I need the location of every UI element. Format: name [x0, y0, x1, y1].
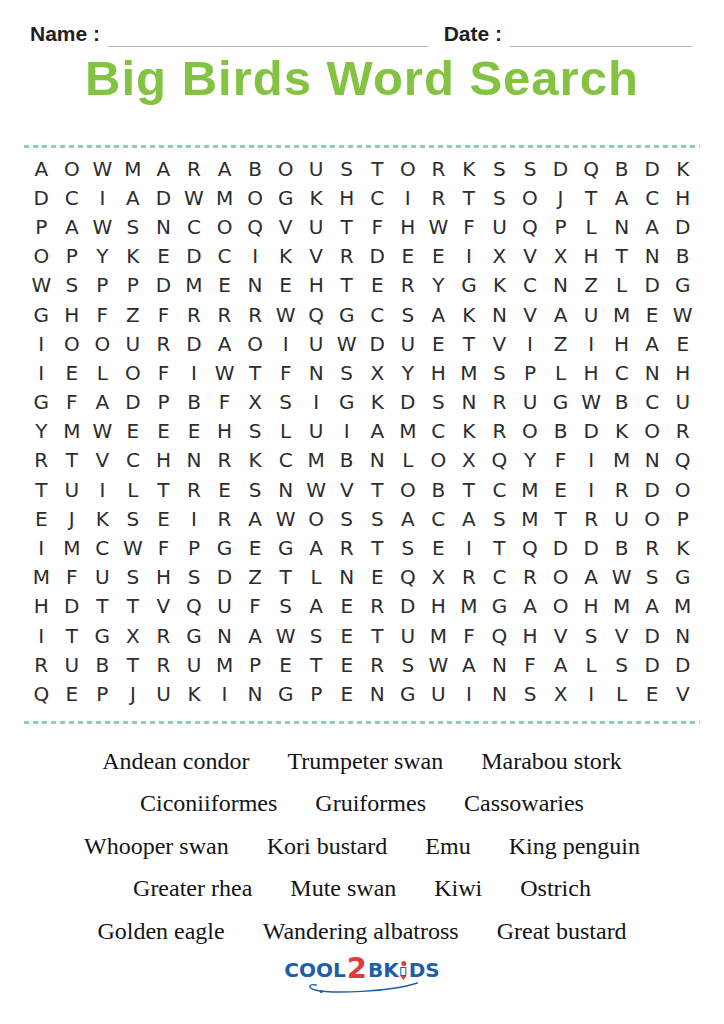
- grid-cell[interactable]: C: [484, 563, 515, 592]
- grid-cell[interactable]: R: [393, 271, 424, 300]
- grid-cell[interactable]: L: [393, 446, 424, 475]
- grid-cell[interactable]: S: [57, 271, 88, 300]
- grid-cell[interactable]: I: [270, 329, 301, 358]
- grid-cell[interactable]: O: [393, 475, 424, 504]
- grid-cell[interactable]: L: [87, 358, 118, 387]
- grid-cell[interactable]: L: [301, 563, 332, 592]
- grid-cell[interactable]: M: [57, 417, 88, 446]
- grid-cell[interactable]: N: [667, 621, 698, 650]
- grid-cell[interactable]: E: [57, 679, 88, 708]
- grid-cell[interactable]: T: [331, 212, 362, 241]
- grid-cell[interactable]: H: [26, 592, 57, 621]
- grid-cell[interactable]: B: [545, 417, 576, 446]
- grid-cell[interactable]: E: [362, 563, 393, 592]
- grid-cell[interactable]: H: [606, 329, 637, 358]
- grid-cell[interactable]: A: [454, 504, 485, 533]
- grid-cell[interactable]: K: [118, 242, 149, 271]
- grid-cell[interactable]: E: [362, 271, 393, 300]
- grid-cell[interactable]: M: [393, 417, 424, 446]
- grid-cell[interactable]: D: [637, 475, 668, 504]
- grid-cell[interactable]: M: [209, 183, 240, 212]
- grid-cell[interactable]: R: [209, 504, 240, 533]
- grid-cell[interactable]: A: [423, 300, 454, 329]
- grid-cell[interactable]: K: [667, 154, 698, 183]
- grid-cell[interactable]: D: [393, 592, 424, 621]
- grid-cell[interactable]: F: [454, 621, 485, 650]
- grid-cell[interactable]: N: [637, 242, 668, 271]
- grid-cell[interactable]: A: [240, 621, 271, 650]
- grid-cell[interactable]: H: [576, 358, 607, 387]
- grid-cell[interactable]: T: [484, 533, 515, 562]
- grid-cell[interactable]: M: [57, 533, 88, 562]
- grid-cell[interactable]: T: [454, 183, 485, 212]
- grid-cell[interactable]: M: [423, 621, 454, 650]
- grid-cell[interactable]: Q: [515, 533, 546, 562]
- grid-cell[interactable]: P: [515, 358, 546, 387]
- grid-cell[interactable]: P: [545, 212, 576, 241]
- grid-cell[interactable]: D: [179, 242, 210, 271]
- grid-cell[interactable]: F: [148, 358, 179, 387]
- grid-cell[interactable]: N: [362, 679, 393, 708]
- grid-cell[interactable]: Q: [484, 446, 515, 475]
- grid-cell[interactable]: F: [515, 650, 546, 679]
- grid-cell[interactable]: E: [118, 417, 149, 446]
- grid-cell[interactable]: O: [57, 154, 88, 183]
- grid-cell[interactable]: W: [576, 388, 607, 417]
- grid-cell[interactable]: M: [454, 592, 485, 621]
- grid-cell[interactable]: A: [637, 329, 668, 358]
- grid-cell[interactable]: H: [576, 242, 607, 271]
- grid-cell[interactable]: I: [576, 475, 607, 504]
- grid-cell[interactable]: E: [270, 650, 301, 679]
- grid-cell[interactable]: E: [270, 271, 301, 300]
- date-input-line[interactable]: [510, 24, 692, 47]
- grid-cell[interactable]: L: [545, 358, 576, 387]
- grid-cell[interactable]: R: [667, 417, 698, 446]
- grid-cell[interactable]: N: [637, 446, 668, 475]
- grid-cell[interactable]: U: [576, 300, 607, 329]
- grid-cell[interactable]: P: [118, 271, 149, 300]
- grid-cell[interactable]: U: [301, 417, 332, 446]
- grid-cell[interactable]: K: [362, 388, 393, 417]
- grid-cell[interactable]: S: [393, 650, 424, 679]
- grid-cell[interactable]: T: [118, 650, 149, 679]
- grid-cell[interactable]: T: [576, 183, 607, 212]
- grid-cell[interactable]: A: [148, 154, 179, 183]
- grid-cell[interactable]: S: [484, 358, 515, 387]
- grid-cell[interactable]: W: [179, 183, 210, 212]
- grid-cell[interactable]: I: [393, 183, 424, 212]
- grid-cell[interactable]: E: [423, 533, 454, 562]
- grid-cell[interactable]: R: [454, 563, 485, 592]
- grid-cell[interactable]: M: [515, 504, 546, 533]
- grid-cell[interactable]: K: [87, 504, 118, 533]
- grid-cell[interactable]: T: [331, 271, 362, 300]
- grid-cell[interactable]: M: [118, 154, 149, 183]
- grid-cell[interactable]: N: [240, 679, 271, 708]
- grid-cell[interactable]: F: [57, 388, 88, 417]
- grid-cell[interactable]: S: [484, 504, 515, 533]
- grid-cell[interactable]: B: [423, 475, 454, 504]
- grid-cell[interactable]: I: [454, 242, 485, 271]
- grid-cell[interactable]: K: [240, 446, 271, 475]
- grid-cell[interactable]: G: [484, 592, 515, 621]
- grid-cell[interactable]: O: [270, 154, 301, 183]
- grid-cell[interactable]: W: [26, 271, 57, 300]
- grid-cell[interactable]: W: [301, 475, 332, 504]
- grid-cell[interactable]: W: [331, 329, 362, 358]
- grid-cell[interactable]: I: [26, 358, 57, 387]
- name-input-line[interactable]: [108, 24, 428, 47]
- grid-cell[interactable]: W: [270, 300, 301, 329]
- grid-cell[interactable]: I: [87, 475, 118, 504]
- grid-cell[interactable]: K: [667, 533, 698, 562]
- grid-cell[interactable]: J: [118, 679, 149, 708]
- grid-cell[interactable]: U: [393, 329, 424, 358]
- grid-cell[interactable]: E: [331, 650, 362, 679]
- grid-cell[interactable]: F: [148, 300, 179, 329]
- grid-cell[interactable]: D: [393, 388, 424, 417]
- grid-cell[interactable]: S: [484, 183, 515, 212]
- grid-cell[interactable]: K: [606, 417, 637, 446]
- grid-cell[interactable]: Y: [26, 417, 57, 446]
- grid-cell[interactable]: W: [270, 504, 301, 533]
- grid-cell[interactable]: D: [148, 271, 179, 300]
- grid-cell[interactable]: T: [606, 242, 637, 271]
- grid-cell[interactable]: G: [454, 271, 485, 300]
- grid-cell[interactable]: P: [87, 679, 118, 708]
- grid-cell[interactable]: D: [362, 242, 393, 271]
- grid-cell[interactable]: F: [270, 358, 301, 387]
- grid-cell[interactable]: G: [87, 621, 118, 650]
- grid-cell[interactable]: Y: [423, 271, 454, 300]
- grid-cell[interactable]: T: [270, 563, 301, 592]
- grid-cell[interactable]: D: [545, 533, 576, 562]
- grid-cell[interactable]: A: [118, 183, 149, 212]
- grid-cell[interactable]: H: [423, 358, 454, 387]
- grid-cell[interactable]: P: [87, 271, 118, 300]
- grid-cell[interactable]: R: [484, 417, 515, 446]
- grid-cell[interactable]: U: [301, 329, 332, 358]
- grid-cell[interactable]: C: [637, 388, 668, 417]
- grid-cell[interactable]: L: [270, 417, 301, 446]
- grid-cell[interactable]: W: [118, 533, 149, 562]
- grid-cell[interactable]: X: [545, 242, 576, 271]
- grid-cell[interactable]: R: [484, 388, 515, 417]
- grid-cell[interactable]: V: [515, 242, 546, 271]
- grid-cell[interactable]: T: [362, 475, 393, 504]
- grid-cell[interactable]: G: [667, 271, 698, 300]
- grid-cell[interactable]: I: [26, 621, 57, 650]
- grid-cell[interactable]: T: [57, 446, 88, 475]
- grid-cell[interactable]: I: [576, 446, 607, 475]
- grid-cell[interactable]: M: [26, 563, 57, 592]
- grid-cell[interactable]: J: [57, 504, 88, 533]
- grid-cell[interactable]: O: [545, 563, 576, 592]
- grid-cell[interactable]: I: [240, 242, 271, 271]
- grid-cell[interactable]: W: [209, 358, 240, 387]
- grid-cell[interactable]: D: [362, 329, 393, 358]
- grid-cell[interactable]: Y: [393, 358, 424, 387]
- grid-cell[interactable]: V: [148, 592, 179, 621]
- grid-cell[interactable]: Q: [515, 212, 546, 241]
- grid-cell[interactable]: M: [606, 592, 637, 621]
- grid-cell[interactable]: A: [362, 417, 393, 446]
- grid-cell[interactable]: K: [484, 271, 515, 300]
- grid-cell[interactable]: V: [606, 621, 637, 650]
- grid-cell[interactable]: B: [240, 154, 271, 183]
- grid-cell[interactable]: D: [576, 417, 607, 446]
- grid-cell[interactable]: T: [26, 475, 57, 504]
- grid-cell[interactable]: M: [667, 592, 698, 621]
- grid-cell[interactable]: E: [545, 475, 576, 504]
- grid-cell[interactable]: C: [270, 446, 301, 475]
- grid-cell[interactable]: H: [331, 183, 362, 212]
- grid-cell[interactable]: E: [331, 679, 362, 708]
- grid-cell[interactable]: R: [179, 475, 210, 504]
- grid-cell[interactable]: K: [179, 679, 210, 708]
- grid-cell[interactable]: T: [57, 621, 88, 650]
- grid-cell[interactable]: R: [576, 504, 607, 533]
- grid-cell[interactable]: D: [209, 563, 240, 592]
- grid-cell[interactable]: S: [240, 417, 271, 446]
- grid-cell[interactable]: C: [423, 417, 454, 446]
- grid-cell[interactable]: K: [454, 417, 485, 446]
- grid-cell[interactable]: O: [515, 183, 546, 212]
- grid-cell[interactable]: O: [637, 417, 668, 446]
- grid-cell[interactable]: G: [545, 388, 576, 417]
- grid-cell[interactable]: K: [454, 300, 485, 329]
- grid-cell[interactable]: W: [606, 563, 637, 592]
- grid-cell[interactable]: Q: [301, 300, 332, 329]
- grid-cell[interactable]: U: [209, 592, 240, 621]
- grid-cell[interactable]: U: [148, 679, 179, 708]
- grid-cell[interactable]: R: [26, 650, 57, 679]
- grid-cell[interactable]: U: [515, 388, 546, 417]
- grid-cell[interactable]: W: [423, 212, 454, 241]
- grid-cell[interactable]: O: [26, 242, 57, 271]
- grid-cell[interactable]: T: [362, 621, 393, 650]
- grid-cell[interactable]: R: [423, 183, 454, 212]
- grid-cell[interactable]: W: [87, 154, 118, 183]
- grid-cell[interactable]: P: [26, 212, 57, 241]
- grid-cell[interactable]: D: [148, 183, 179, 212]
- grid-cell[interactable]: T: [545, 504, 576, 533]
- grid-cell[interactable]: C: [362, 183, 393, 212]
- grid-cell[interactable]: A: [209, 329, 240, 358]
- grid-cell[interactable]: A: [576, 563, 607, 592]
- grid-cell[interactable]: S: [423, 388, 454, 417]
- grid-cell[interactable]: A: [637, 212, 668, 241]
- grid-cell[interactable]: A: [393, 504, 424, 533]
- grid-cell[interactable]: E: [423, 242, 454, 271]
- grid-cell[interactable]: U: [423, 679, 454, 708]
- grid-cell[interactable]: Z: [576, 271, 607, 300]
- grid-cell[interactable]: X: [362, 358, 393, 387]
- grid-cell[interactable]: E: [637, 300, 668, 329]
- grid-cell[interactable]: O: [87, 329, 118, 358]
- grid-cell[interactable]: O: [545, 592, 576, 621]
- grid-cell[interactable]: O: [240, 183, 271, 212]
- grid-cell[interactable]: A: [57, 212, 88, 241]
- grid-cell[interactable]: F: [362, 212, 393, 241]
- grid-cell[interactable]: D: [637, 621, 668, 650]
- grid-cell[interactable]: B: [667, 242, 698, 271]
- grid-cell[interactable]: B: [179, 388, 210, 417]
- grid-cell[interactable]: F: [57, 563, 88, 592]
- grid-cell[interactable]: O: [301, 504, 332, 533]
- grid-cell[interactable]: N: [606, 212, 637, 241]
- grid-cell[interactable]: S: [179, 563, 210, 592]
- grid-cell[interactable]: V: [87, 446, 118, 475]
- grid-cell[interactable]: H: [148, 563, 179, 592]
- grid-cell[interactable]: U: [87, 563, 118, 592]
- grid-cell[interactable]: E: [393, 242, 424, 271]
- grid-cell[interactable]: J: [545, 183, 576, 212]
- grid-cell[interactable]: X: [454, 446, 485, 475]
- grid-cell[interactable]: U: [57, 650, 88, 679]
- grid-cell[interactable]: I: [454, 679, 485, 708]
- grid-cell[interactable]: W: [87, 417, 118, 446]
- grid-cell[interactable]: Q: [393, 563, 424, 592]
- grid-cell[interactable]: C: [423, 504, 454, 533]
- grid-cell[interactable]: M: [606, 300, 637, 329]
- grid-cell[interactable]: N: [637, 358, 668, 387]
- grid-cell[interactable]: A: [606, 183, 637, 212]
- grid-cell[interactable]: V: [667, 679, 698, 708]
- grid-cell[interactable]: L: [118, 475, 149, 504]
- grid-cell[interactable]: V: [331, 475, 362, 504]
- grid-cell[interactable]: I: [26, 533, 57, 562]
- grid-cell[interactable]: I: [179, 504, 210, 533]
- grid-cell[interactable]: K: [454, 154, 485, 183]
- grid-cell[interactable]: C: [209, 242, 240, 271]
- grid-cell[interactable]: R: [209, 300, 240, 329]
- grid-cell[interactable]: T: [148, 475, 179, 504]
- grid-cell[interactable]: W: [270, 621, 301, 650]
- grid-cell[interactable]: E: [26, 504, 57, 533]
- grid-cell[interactable]: Q: [576, 154, 607, 183]
- grid-cell[interactable]: H: [301, 271, 332, 300]
- grid-cell[interactable]: A: [545, 300, 576, 329]
- grid-cell[interactable]: W: [423, 650, 454, 679]
- grid-cell[interactable]: B: [606, 154, 637, 183]
- grid-cell[interactable]: T: [362, 154, 393, 183]
- grid-cell[interactable]: S: [331, 504, 362, 533]
- grid-cell[interactable]: R: [637, 533, 668, 562]
- grid-cell[interactable]: H: [393, 212, 424, 241]
- grid-cell[interactable]: O: [423, 446, 454, 475]
- grid-cell[interactable]: A: [301, 533, 332, 562]
- grid-cell[interactable]: O: [515, 417, 546, 446]
- grid-cell[interactable]: T: [454, 475, 485, 504]
- grid-cell[interactable]: F: [545, 446, 576, 475]
- grid-cell[interactable]: D: [57, 592, 88, 621]
- grid-cell[interactable]: U: [301, 212, 332, 241]
- grid-cell[interactable]: A: [26, 154, 57, 183]
- grid-cell[interactable]: T: [87, 592, 118, 621]
- grid-cell[interactable]: Y: [87, 242, 118, 271]
- grid-cell[interactable]: R: [423, 154, 454, 183]
- grid-cell[interactable]: P: [301, 679, 332, 708]
- grid-cell[interactable]: U: [118, 329, 149, 358]
- grid-cell[interactable]: R: [515, 563, 546, 592]
- grid-cell[interactable]: X: [423, 563, 454, 592]
- grid-cell[interactable]: V: [270, 212, 301, 241]
- grid-cell[interactable]: S: [118, 563, 149, 592]
- grid-cell[interactable]: P: [179, 533, 210, 562]
- grid-cell[interactable]: D: [26, 183, 57, 212]
- grid-cell[interactable]: R: [148, 650, 179, 679]
- grid-cell[interactable]: O: [57, 329, 88, 358]
- grid-cell[interactable]: O: [118, 358, 149, 387]
- grid-cell[interactable]: S: [331, 358, 362, 387]
- grid-cell[interactable]: H: [148, 446, 179, 475]
- grid-cell[interactable]: G: [331, 388, 362, 417]
- grid-cell[interactable]: G: [331, 300, 362, 329]
- grid-cell[interactable]: S: [240, 475, 271, 504]
- grid-cell[interactable]: C: [606, 358, 637, 387]
- grid-cell[interactable]: F: [148, 533, 179, 562]
- grid-cell[interactable]: U: [301, 154, 332, 183]
- grid-cell[interactable]: N: [362, 446, 393, 475]
- grid-cell[interactable]: R: [362, 650, 393, 679]
- grid-cell[interactable]: R: [179, 154, 210, 183]
- grid-cell[interactable]: W: [87, 212, 118, 241]
- grid-cell[interactable]: N: [209, 621, 240, 650]
- grid-cell[interactable]: G: [270, 533, 301, 562]
- grid-cell[interactable]: B: [331, 446, 362, 475]
- grid-cell[interactable]: S: [118, 212, 149, 241]
- grid-cell[interactable]: V: [515, 300, 546, 329]
- grid-cell[interactable]: N: [484, 300, 515, 329]
- grid-cell[interactable]: S: [301, 621, 332, 650]
- grid-cell[interactable]: M: [515, 475, 546, 504]
- grid-cell[interactable]: N: [545, 271, 576, 300]
- grid-cell[interactable]: N: [240, 271, 271, 300]
- grid-cell[interactable]: Q: [484, 621, 515, 650]
- grid-cell[interactable]: N: [484, 650, 515, 679]
- grid-cell[interactable]: S: [606, 650, 637, 679]
- grid-cell[interactable]: L: [606, 271, 637, 300]
- grid-cell[interactable]: I: [576, 679, 607, 708]
- grid-cell[interactable]: S: [362, 504, 393, 533]
- grid-cell[interactable]: T: [118, 592, 149, 621]
- grid-cell[interactable]: V: [301, 242, 332, 271]
- grid-cell[interactable]: S: [118, 504, 149, 533]
- grid-cell[interactable]: D: [545, 154, 576, 183]
- grid-cell[interactable]: R: [148, 329, 179, 358]
- grid-cell[interactable]: F: [240, 592, 271, 621]
- grid-cell[interactable]: P: [57, 242, 88, 271]
- grid-cell[interactable]: I: [331, 417, 362, 446]
- grid-cell[interactable]: E: [148, 417, 179, 446]
- grid-cell[interactable]: M: [606, 446, 637, 475]
- grid-cell[interactable]: R: [362, 592, 393, 621]
- grid-cell[interactable]: E: [148, 504, 179, 533]
- grid-cell[interactable]: G: [667, 563, 698, 592]
- grid-cell[interactable]: U: [179, 650, 210, 679]
- grid-cell[interactable]: N: [148, 212, 179, 241]
- grid-cell[interactable]: E: [667, 329, 698, 358]
- grid-cell[interactable]: C: [362, 300, 393, 329]
- grid-cell[interactable]: U: [484, 212, 515, 241]
- grid-cell[interactable]: E: [148, 242, 179, 271]
- grid-cell[interactable]: Q: [179, 592, 210, 621]
- grid-cell[interactable]: C: [87, 533, 118, 562]
- grid-cell[interactable]: A: [545, 650, 576, 679]
- grid-cell[interactable]: H: [667, 358, 698, 387]
